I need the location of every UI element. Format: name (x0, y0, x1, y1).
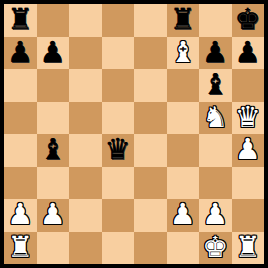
square-c7[interactable] (69, 37, 102, 70)
square-b7[interactable]: ♟ (37, 37, 70, 70)
square-e1[interactable] (134, 232, 167, 265)
square-h7[interactable]: ♟ (232, 37, 265, 70)
square-h2[interactable] (232, 199, 265, 232)
square-g3[interactable] (199, 167, 232, 200)
board-frame: ♜♜♚♟♟♝♟♟♝♞♛♝♛♟♟♟♟♟♜♚♜ (0, 0, 268, 268)
square-h8[interactable]: ♚ (232, 4, 265, 37)
square-d7[interactable] (102, 37, 135, 70)
square-c5[interactable] (69, 102, 102, 135)
square-f6[interactable] (167, 69, 200, 102)
square-c8[interactable] (69, 4, 102, 37)
square-a3[interactable] (4, 167, 37, 200)
white-knight-piece[interactable]: ♞ (202, 102, 228, 134)
square-c6[interactable] (69, 69, 102, 102)
black-pawn-piece[interactable]: ♟ (40, 37, 66, 69)
square-d4[interactable]: ♛ (102, 134, 135, 167)
white-king-piece[interactable]: ♚ (202, 232, 228, 264)
black-queen-piece[interactable]: ♛ (105, 134, 131, 166)
square-h6[interactable] (232, 69, 265, 102)
square-a7[interactable]: ♟ (4, 37, 37, 70)
square-e6[interactable] (134, 69, 167, 102)
white-pawn-piece[interactable]: ♟ (7, 199, 33, 231)
square-d6[interactable] (102, 69, 135, 102)
square-g4[interactable] (199, 134, 232, 167)
square-g5[interactable]: ♞ (199, 102, 232, 135)
square-f3[interactable] (167, 167, 200, 200)
square-g8[interactable] (199, 4, 232, 37)
square-c4[interactable] (69, 134, 102, 167)
square-f2[interactable]: ♟ (167, 199, 200, 232)
square-h5[interactable]: ♛ (232, 102, 265, 135)
square-h1[interactable]: ♜ (232, 232, 265, 265)
square-c1[interactable] (69, 232, 102, 265)
square-e4[interactable] (134, 134, 167, 167)
white-queen-piece[interactable]: ♛ (235, 102, 261, 134)
white-pawn-piece[interactable]: ♟ (202, 199, 228, 231)
square-a5[interactable] (4, 102, 37, 135)
square-d2[interactable] (102, 199, 135, 232)
black-king-piece[interactable]: ♚ (235, 4, 261, 36)
square-g1[interactable]: ♚ (199, 232, 232, 265)
square-a4[interactable] (4, 134, 37, 167)
square-a2[interactable]: ♟ (4, 199, 37, 232)
square-d1[interactable] (102, 232, 135, 265)
white-pawn-piece[interactable]: ♟ (40, 199, 66, 231)
square-f7[interactable]: ♝ (167, 37, 200, 70)
square-e5[interactable] (134, 102, 167, 135)
square-b3[interactable] (37, 167, 70, 200)
square-e3[interactable] (134, 167, 167, 200)
square-b2[interactable]: ♟ (37, 199, 70, 232)
black-pawn-piece[interactable]: ♟ (235, 37, 261, 69)
black-pawn-piece[interactable]: ♟ (7, 37, 33, 69)
square-e7[interactable] (134, 37, 167, 70)
square-b5[interactable] (37, 102, 70, 135)
chess-board: ♜♜♚♟♟♝♟♟♝♞♛♝♛♟♟♟♟♟♜♚♜ (4, 4, 264, 264)
square-d5[interactable] (102, 102, 135, 135)
square-g7[interactable]: ♟ (199, 37, 232, 70)
square-a1[interactable]: ♜ (4, 232, 37, 265)
black-pawn-piece[interactable]: ♟ (202, 37, 228, 69)
black-rook-piece[interactable]: ♜ (7, 4, 33, 36)
square-d8[interactable] (102, 4, 135, 37)
square-a8[interactable]: ♜ (4, 4, 37, 37)
square-g6[interactable]: ♝ (199, 69, 232, 102)
square-g2[interactable]: ♟ (199, 199, 232, 232)
square-d3[interactable] (102, 167, 135, 200)
black-rook-piece[interactable]: ♜ (170, 4, 196, 36)
white-rook-piece[interactable]: ♜ (7, 232, 33, 264)
square-h4[interactable]: ♟ (232, 134, 265, 167)
black-bishop-piece[interactable]: ♝ (202, 69, 228, 101)
square-b8[interactable] (37, 4, 70, 37)
white-pawn-piece[interactable]: ♟ (170, 199, 196, 231)
square-e8[interactable] (134, 4, 167, 37)
white-pawn-piece[interactable]: ♟ (235, 134, 261, 166)
square-e2[interactable] (134, 199, 167, 232)
square-c3[interactable] (69, 167, 102, 200)
square-c2[interactable] (69, 199, 102, 232)
square-a6[interactable] (4, 69, 37, 102)
square-b6[interactable] (37, 69, 70, 102)
square-b1[interactable] (37, 232, 70, 265)
square-f8[interactable]: ♜ (167, 4, 200, 37)
square-f1[interactable] (167, 232, 200, 265)
black-bishop-piece[interactable]: ♝ (40, 134, 66, 166)
square-h3[interactable] (232, 167, 265, 200)
square-b4[interactable]: ♝ (37, 134, 70, 167)
square-f4[interactable] (167, 134, 200, 167)
white-rook-piece[interactable]: ♜ (235, 232, 261, 264)
white-bishop-piece[interactable]: ♝ (170, 37, 196, 69)
square-f5[interactable] (167, 102, 200, 135)
